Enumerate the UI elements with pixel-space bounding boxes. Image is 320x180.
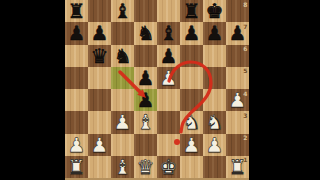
- black-pawn[interactable]: ♟: [65, 22, 88, 44]
- white-bishop[interactable]: ♝: [111, 156, 134, 178]
- square-h4[interactable]: ♟4: [226, 89, 249, 111]
- square-g1[interactable]: [203, 156, 226, 178]
- right-black-bar: [249, 0, 320, 180]
- black-rook[interactable]: ♜: [180, 0, 203, 22]
- square-h7[interactable]: ♟7: [226, 22, 249, 44]
- black-bishop[interactable]: ♝: [157, 22, 180, 44]
- white-knight[interactable]: ♞: [203, 111, 226, 133]
- square-h2[interactable]: 2: [226, 134, 249, 156]
- square-f6[interactable]: [180, 45, 203, 67]
- black-knight[interactable]: ♞: [111, 45, 134, 67]
- square-b1[interactable]: [88, 156, 111, 178]
- rank-label-8: 8: [243, 1, 247, 8]
- left-black-bar: [0, 0, 65, 180]
- square-g4[interactable]: [203, 89, 226, 111]
- square-c5[interactable]: [111, 67, 134, 89]
- rank-label-7: 7: [243, 23, 247, 30]
- square-e3[interactable]: [157, 111, 180, 133]
- square-c1[interactable]: ♝: [111, 156, 134, 178]
- square-d6[interactable]: [134, 45, 157, 67]
- square-d2[interactable]: [134, 134, 157, 156]
- white-pawn[interactable]: ♟: [88, 134, 111, 156]
- rank-label-3: 3: [243, 112, 247, 119]
- square-f1[interactable]: [180, 156, 203, 178]
- square-g3[interactable]: ♞: [203, 111, 226, 133]
- square-f5[interactable]: [180, 67, 203, 89]
- square-g5[interactable]: [203, 67, 226, 89]
- square-f8[interactable]: ♜: [180, 0, 203, 22]
- square-a8[interactable]: ♜: [65, 0, 88, 22]
- black-pawn[interactable]: ♟: [134, 67, 157, 89]
- square-h6[interactable]: 6: [226, 45, 249, 67]
- white-bishop[interactable]: ♝: [134, 111, 157, 133]
- white-pawn[interactable]: ♟: [111, 111, 134, 133]
- square-a6[interactable]: [65, 45, 88, 67]
- square-a5[interactable]: [65, 67, 88, 89]
- white-pawn[interactable]: ♟: [157, 67, 180, 89]
- square-e7[interactable]: ♝: [157, 22, 180, 44]
- square-c6[interactable]: ♞: [111, 45, 134, 67]
- square-a1[interactable]: ♜: [65, 156, 88, 178]
- square-b5[interactable]: [88, 67, 111, 89]
- board-bottom-edge: [65, 178, 249, 180]
- square-b3[interactable]: [88, 111, 111, 133]
- white-pawn[interactable]: ♟: [203, 134, 226, 156]
- square-c2[interactable]: [111, 134, 134, 156]
- square-h1[interactable]: ♜1: [226, 156, 249, 178]
- square-g2[interactable]: ♟: [203, 134, 226, 156]
- square-a4[interactable]: [65, 89, 88, 111]
- square-c8[interactable]: ♝: [111, 0, 134, 22]
- board-area: ♜♝♜♚8♟♟♞♝♟♟♟7♛♞♟6♟♟5♟♟4♟♝♞♞3♟♟♟♟2♜♝♛♚♜1: [65, 0, 249, 180]
- square-b6[interactable]: ♛: [88, 45, 111, 67]
- white-queen[interactable]: ♛: [134, 156, 157, 178]
- square-b7[interactable]: ♟: [88, 22, 111, 44]
- square-g8[interactable]: ♚: [203, 0, 226, 22]
- black-rook[interactable]: ♜: [65, 0, 88, 22]
- black-pawn[interactable]: ♟: [134, 89, 157, 111]
- square-f4[interactable]: [180, 89, 203, 111]
- rank-label-1: 1: [243, 156, 247, 163]
- screenshot-root: { "game": "chess", "position": { "fen": …: [0, 0, 320, 180]
- square-f2[interactable]: ♟: [180, 134, 203, 156]
- square-e2[interactable]: [157, 134, 180, 156]
- square-f7[interactable]: ♟: [180, 22, 203, 44]
- chess-board[interactable]: ♜♝♜♚8♟♟♞♝♟♟♟7♛♞♟6♟♟5♟♟4♟♝♞♞3♟♟♟♟2♜♝♛♚♜1: [65, 0, 249, 178]
- square-d5[interactable]: ♟: [134, 67, 157, 89]
- square-a3[interactable]: [65, 111, 88, 133]
- square-d7[interactable]: ♞: [134, 22, 157, 44]
- white-knight[interactable]: ♞: [180, 111, 203, 133]
- white-rook[interactable]: ♜: [65, 156, 88, 178]
- black-pawn[interactable]: ♟: [157, 45, 180, 67]
- black-knight[interactable]: ♞: [134, 22, 157, 44]
- square-a7[interactable]: ♟: [65, 22, 88, 44]
- square-h3[interactable]: 3: [226, 111, 249, 133]
- square-c3[interactable]: ♟: [111, 111, 134, 133]
- square-g6[interactable]: [203, 45, 226, 67]
- white-pawn[interactable]: ♟: [65, 134, 88, 156]
- rank-label-5: 5: [243, 67, 247, 74]
- square-g7[interactable]: ♟: [203, 22, 226, 44]
- white-pawn[interactable]: ♟: [180, 134, 203, 156]
- square-e1[interactable]: ♚: [157, 156, 180, 178]
- black-pawn[interactable]: ♟: [88, 22, 111, 44]
- black-bishop[interactable]: ♝: [111, 0, 134, 22]
- square-h8[interactable]: 8: [226, 0, 249, 22]
- square-d3[interactable]: ♝: [134, 111, 157, 133]
- square-e5[interactable]: ♟: [157, 67, 180, 89]
- square-e6[interactable]: ♟: [157, 45, 180, 67]
- square-c4[interactable]: [111, 89, 134, 111]
- square-d1[interactable]: ♛: [134, 156, 157, 178]
- rank-label-2: 2: [243, 134, 247, 141]
- black-pawn[interactable]: ♟: [180, 22, 203, 44]
- rank-label-6: 6: [243, 45, 247, 52]
- square-e4[interactable]: [157, 89, 180, 111]
- black-pawn[interactable]: ♟: [203, 22, 226, 44]
- square-b8[interactable]: [88, 0, 111, 22]
- square-d8[interactable]: [134, 0, 157, 22]
- square-e8[interactable]: [157, 0, 180, 22]
- rank-label-4: 4: [243, 90, 247, 97]
- square-a2[interactable]: ♟: [65, 134, 88, 156]
- square-b4[interactable]: [88, 89, 111, 111]
- square-f3[interactable]: ♞: [180, 111, 203, 133]
- white-king[interactable]: ♚: [157, 156, 180, 178]
- square-b2[interactable]: ♟: [88, 134, 111, 156]
- black-queen[interactable]: ♛: [88, 45, 111, 67]
- square-h5[interactable]: 5: [226, 67, 249, 89]
- square-c7[interactable]: [111, 22, 134, 44]
- black-king[interactable]: ♚: [203, 0, 226, 22]
- square-d4[interactable]: ♟: [134, 89, 157, 111]
